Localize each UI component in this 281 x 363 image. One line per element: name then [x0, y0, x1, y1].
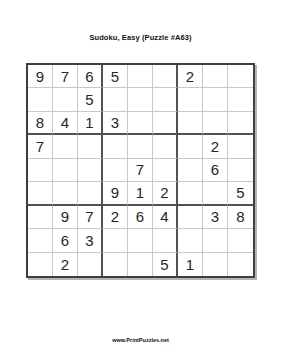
cell-r9c5	[128, 253, 153, 276]
cell-r4c9	[228, 135, 253, 158]
cell-r5c8: 6	[203, 159, 228, 182]
cell-r5c9	[228, 159, 253, 182]
cell-r7c6: 4	[153, 206, 178, 229]
cell-r3c8	[203, 112, 228, 135]
cell-r6c7	[178, 182, 203, 205]
cell-r6c6: 2	[153, 182, 178, 205]
cell-r6c3	[78, 182, 103, 205]
cell-r9c3	[78, 253, 103, 276]
cell-r7c4: 2	[103, 206, 128, 229]
cell-r7c3: 7	[78, 206, 103, 229]
cell-r3c3: 1	[78, 112, 103, 135]
cell-r7c2: 9	[53, 206, 78, 229]
cell-r8c9	[228, 229, 253, 252]
cell-r7c5: 6	[128, 206, 153, 229]
cell-r7c7	[178, 206, 203, 229]
cell-r4c3	[78, 135, 103, 158]
cell-r4c2	[53, 135, 78, 158]
cell-r3c5	[128, 112, 153, 135]
cell-r4c1: 7	[28, 135, 53, 158]
cell-r5c4	[103, 159, 128, 182]
cell-r3c9	[228, 112, 253, 135]
cell-r8c4	[103, 229, 128, 252]
footer-url: www.PrintPuzzles.net	[0, 337, 281, 343]
cell-r6c1	[28, 182, 53, 205]
cell-r1c6	[153, 65, 178, 88]
cell-r8c2: 6	[53, 229, 78, 252]
sudoku-grid: 976525841372769125972643863251	[26, 63, 255, 278]
cell-r3c4: 3	[103, 112, 128, 135]
cell-r7c8: 3	[203, 206, 228, 229]
cell-r7c9: 8	[228, 206, 253, 229]
cell-r6c8	[203, 182, 228, 205]
cell-r1c4: 5	[103, 65, 128, 88]
cell-r8c7	[178, 229, 203, 252]
cell-r4c8: 2	[203, 135, 228, 158]
puzzle-title: Sudoku, Easy (Puzzle #A63)	[0, 0, 281, 42]
cell-r1c5	[128, 65, 153, 88]
cell-r1c9	[228, 65, 253, 88]
cell-r5c5: 7	[128, 159, 153, 182]
cell-r5c1	[28, 159, 53, 182]
cell-r5c7	[178, 159, 203, 182]
cell-r1c2: 7	[53, 65, 78, 88]
cell-r9c2: 2	[53, 253, 78, 276]
cell-r2c2	[53, 88, 78, 111]
cell-r3c2: 4	[53, 112, 78, 135]
cell-r1c7: 2	[178, 65, 203, 88]
cell-r3c6	[153, 112, 178, 135]
cell-r1c3: 6	[78, 65, 103, 88]
cell-r4c6	[153, 135, 178, 158]
cell-r6c2	[53, 182, 78, 205]
cell-r8c6	[153, 229, 178, 252]
cell-r3c1: 8	[28, 112, 53, 135]
cell-r2c4	[103, 88, 128, 111]
cell-r7c1	[28, 206, 53, 229]
cell-r2c8	[203, 88, 228, 111]
cell-r8c5	[128, 229, 153, 252]
cell-r8c1	[28, 229, 53, 252]
cell-r9c8	[203, 253, 228, 276]
cell-r8c3: 3	[78, 229, 103, 252]
cell-r1c8	[203, 65, 228, 88]
cell-r6c4: 9	[103, 182, 128, 205]
cell-r4c5	[128, 135, 153, 158]
cell-r8c8	[203, 229, 228, 252]
cell-r2c5	[128, 88, 153, 111]
cell-r9c7: 1	[178, 253, 203, 276]
cell-r9c9	[228, 253, 253, 276]
cell-r4c4	[103, 135, 128, 158]
cell-r2c9	[228, 88, 253, 111]
cell-r2c3: 5	[78, 88, 103, 111]
cell-r6c5: 1	[128, 182, 153, 205]
cell-r9c6: 5	[153, 253, 178, 276]
cell-r3c7	[178, 112, 203, 135]
puzzle-page: Sudoku, Easy (Puzzle #A63) 9765258413727…	[0, 0, 281, 363]
cell-r5c2	[53, 159, 78, 182]
cell-r2c6	[153, 88, 178, 111]
cell-r2c1	[28, 88, 53, 111]
cell-r5c3	[78, 159, 103, 182]
cell-r1c1: 9	[28, 65, 53, 88]
cell-r9c4	[103, 253, 128, 276]
cell-r6c9: 5	[228, 182, 253, 205]
cell-r9c1	[28, 253, 53, 276]
cell-r4c7	[178, 135, 203, 158]
cell-r2c7	[178, 88, 203, 111]
cell-r5c6	[153, 159, 178, 182]
